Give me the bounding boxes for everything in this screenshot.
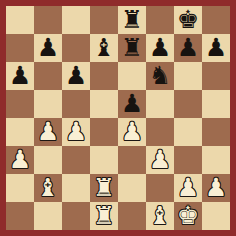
chess-board: ♜♚♟♝♜♟♟♟♟♟♞♟♟♟♟♟♟♝♜♟♟♜♝♚ xyxy=(6,6,230,230)
square-a4[interactable] xyxy=(6,118,34,146)
square-b3[interactable] xyxy=(34,146,62,174)
square-d3[interactable] xyxy=(90,146,118,174)
square-f1[interactable]: ♝ xyxy=(146,202,174,230)
square-c2[interactable] xyxy=(62,174,90,202)
piece-black-pawn[interactable]: ♟ xyxy=(65,62,87,90)
square-h6[interactable] xyxy=(202,62,230,90)
square-b6[interactable] xyxy=(34,62,62,90)
square-h2[interactable]: ♟ xyxy=(202,174,230,202)
square-f3[interactable]: ♟ xyxy=(146,146,174,174)
piece-black-pawn[interactable]: ♟ xyxy=(177,34,199,62)
square-a1[interactable] xyxy=(6,202,34,230)
square-g8[interactable]: ♚ xyxy=(174,6,202,34)
piece-white-bishop[interactable]: ♝ xyxy=(37,174,59,202)
square-b2[interactable]: ♝ xyxy=(34,174,62,202)
square-c4[interactable]: ♟ xyxy=(62,118,90,146)
square-h5[interactable] xyxy=(202,90,230,118)
square-h7[interactable]: ♟ xyxy=(202,34,230,62)
square-b4[interactable]: ♟ xyxy=(34,118,62,146)
piece-black-rook[interactable]: ♜ xyxy=(121,34,143,62)
square-g6[interactable] xyxy=(174,62,202,90)
piece-white-rook[interactable]: ♜ xyxy=(93,202,115,230)
square-a2[interactable] xyxy=(6,174,34,202)
square-g4[interactable] xyxy=(174,118,202,146)
square-d1[interactable]: ♜ xyxy=(90,202,118,230)
square-d2[interactable]: ♜ xyxy=(90,174,118,202)
square-d7[interactable]: ♝ xyxy=(90,34,118,62)
square-b8[interactable] xyxy=(34,6,62,34)
board-frame: ♜♚♟♝♜♟♟♟♟♟♞♟♟♟♟♟♟♝♜♟♟♜♝♚ xyxy=(0,0,236,236)
piece-black-pawn[interactable]: ♟ xyxy=(37,34,59,62)
square-e5[interactable]: ♟ xyxy=(118,90,146,118)
square-g1[interactable]: ♚ xyxy=(174,202,202,230)
piece-black-pawn[interactable]: ♟ xyxy=(205,34,227,62)
piece-white-pawn[interactable]: ♟ xyxy=(37,118,59,146)
piece-white-bishop[interactable]: ♝ xyxy=(149,202,171,230)
square-g3[interactable] xyxy=(174,146,202,174)
square-f8[interactable] xyxy=(146,6,174,34)
square-h3[interactable] xyxy=(202,146,230,174)
piece-black-pawn[interactable]: ♟ xyxy=(121,90,143,118)
square-c5[interactable] xyxy=(62,90,90,118)
square-e3[interactable] xyxy=(118,146,146,174)
piece-white-pawn[interactable]: ♟ xyxy=(121,118,143,146)
square-g5[interactable] xyxy=(174,90,202,118)
square-f2[interactable] xyxy=(146,174,174,202)
square-h8[interactable] xyxy=(202,6,230,34)
square-e1[interactable] xyxy=(118,202,146,230)
square-d5[interactable] xyxy=(90,90,118,118)
square-g7[interactable]: ♟ xyxy=(174,34,202,62)
square-a8[interactable] xyxy=(6,6,34,34)
square-c1[interactable] xyxy=(62,202,90,230)
square-e2[interactable] xyxy=(118,174,146,202)
square-d6[interactable] xyxy=(90,62,118,90)
piece-white-pawn[interactable]: ♟ xyxy=(177,174,199,202)
square-a3[interactable]: ♟ xyxy=(6,146,34,174)
square-a6[interactable]: ♟ xyxy=(6,62,34,90)
piece-white-rook[interactable]: ♜ xyxy=(93,174,115,202)
square-f4[interactable] xyxy=(146,118,174,146)
square-h1[interactable] xyxy=(202,202,230,230)
square-e4[interactable]: ♟ xyxy=(118,118,146,146)
square-f7[interactable]: ♟ xyxy=(146,34,174,62)
piece-black-pawn[interactable]: ♟ xyxy=(149,34,171,62)
piece-white-pawn[interactable]: ♟ xyxy=(149,146,171,174)
square-c7[interactable] xyxy=(62,34,90,62)
square-e8[interactable]: ♜ xyxy=(118,6,146,34)
piece-black-king[interactable]: ♚ xyxy=(177,6,199,34)
square-e6[interactable] xyxy=(118,62,146,90)
piece-black-rook[interactable]: ♜ xyxy=(121,6,143,34)
square-c3[interactable] xyxy=(62,146,90,174)
square-b1[interactable] xyxy=(34,202,62,230)
square-a7[interactable] xyxy=(6,34,34,62)
square-e7[interactable]: ♜ xyxy=(118,34,146,62)
square-a5[interactable] xyxy=(6,90,34,118)
square-g2[interactable]: ♟ xyxy=(174,174,202,202)
square-c6[interactable]: ♟ xyxy=(62,62,90,90)
square-d8[interactable] xyxy=(90,6,118,34)
piece-white-pawn[interactable]: ♟ xyxy=(65,118,87,146)
piece-black-bishop[interactable]: ♝ xyxy=(93,34,115,62)
piece-white-pawn[interactable]: ♟ xyxy=(9,146,31,174)
piece-white-pawn[interactable]: ♟ xyxy=(205,174,227,202)
piece-white-king[interactable]: ♚ xyxy=(177,202,199,230)
square-c8[interactable] xyxy=(62,6,90,34)
piece-black-pawn[interactable]: ♟ xyxy=(9,62,31,90)
square-b5[interactable] xyxy=(34,90,62,118)
square-d4[interactable] xyxy=(90,118,118,146)
square-b7[interactable]: ♟ xyxy=(34,34,62,62)
square-f5[interactable] xyxy=(146,90,174,118)
piece-black-knight[interactable]: ♞ xyxy=(149,62,171,90)
square-f6[interactable]: ♞ xyxy=(146,62,174,90)
square-h4[interactable] xyxy=(202,118,230,146)
